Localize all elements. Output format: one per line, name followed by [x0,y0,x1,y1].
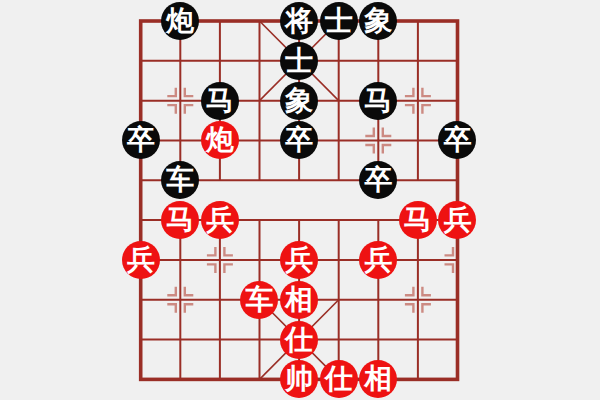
piece-black-soldier[interactable]: 卒 [280,121,318,159]
piece-black-soldier[interactable]: 卒 [122,121,160,159]
piece-black-elephant[interactable]: 象 [280,82,318,120]
piece-red-soldier[interactable]: 兵 [280,241,318,279]
piece-black-horse[interactable]: 马 [201,82,239,120]
piece-black-advisor[interactable]: 士 [280,42,318,80]
piece-red-elephant[interactable]: 相 [280,281,318,319]
piece-red-cannon[interactable]: 炮 [201,121,239,159]
piece-red-advisor[interactable]: 仕 [320,360,358,398]
piece-red-general[interactable]: 帅 [280,360,318,398]
xiangqi-board: 炮将士象士马象马卒炮卒卒车卒马兵马兵兵兵兵车相仕帅仕相 [0,0,600,400]
piece-black-elephant[interactable]: 象 [359,2,397,40]
piece-black-general[interactable]: 将 [280,2,318,40]
piece-red-soldier[interactable]: 兵 [359,241,397,279]
piece-black-soldier[interactable]: 卒 [359,161,397,199]
piece-red-chariot[interactable]: 车 [240,281,278,319]
piece-red-horse[interactable]: 马 [161,201,199,239]
piece-red-soldier[interactable]: 兵 [438,201,476,239]
piece-red-elephant[interactable]: 相 [359,360,397,398]
pieces-layer: 炮将士象士马象马卒炮卒卒车卒马兵马兵兵兵兵车相仕帅仕相 [121,1,477,399]
piece-black-horse[interactable]: 马 [359,82,397,120]
piece-red-soldier[interactable]: 兵 [201,201,239,239]
piece-red-horse[interactable]: 马 [399,201,437,239]
piece-black-soldier[interactable]: 卒 [438,121,476,159]
piece-red-advisor[interactable]: 仕 [280,321,318,359]
piece-black-advisor[interactable]: 士 [320,2,358,40]
piece-red-soldier[interactable]: 兵 [122,241,160,279]
piece-black-cannon[interactable]: 炮 [161,2,199,40]
piece-black-chariot[interactable]: 车 [161,161,199,199]
